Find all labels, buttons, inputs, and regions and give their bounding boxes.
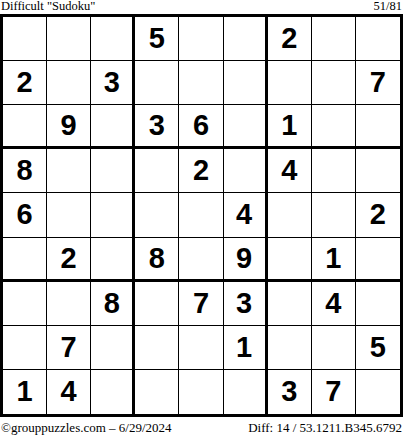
cell-r1c2[interactable]: [47, 17, 91, 61]
sudoku-page: Difficult "Sudoku" 51/81 522379361824642…: [0, 0, 403, 437]
cell-r1c5[interactable]: [179, 17, 223, 61]
cell-r6c5[interactable]: [179, 238, 223, 282]
empty-cell-counter: 51/81: [374, 0, 402, 13]
cell-r6c4[interactable]: 8: [135, 238, 179, 282]
cell-r6c3[interactable]: [91, 238, 135, 282]
cell-r4c7[interactable]: 4: [268, 149, 312, 193]
cell-r9c5[interactable]: [179, 370, 223, 414]
cell-r3c1[interactable]: [3, 105, 47, 149]
cell-r3c4[interactable]: 3: [135, 105, 179, 149]
cell-r8c2[interactable]: 7: [47, 326, 91, 370]
puzzle-title: Difficult "Sudoku": [1, 0, 95, 13]
cell-r1c1[interactable]: [3, 17, 47, 61]
cell-r1c4[interactable]: 5: [135, 17, 179, 61]
cell-r4c6[interactable]: [224, 149, 268, 193]
cell-r2c2[interactable]: [47, 61, 91, 105]
cell-r1c9[interactable]: [356, 17, 400, 61]
cell-r8c1[interactable]: [3, 326, 47, 370]
cell-r6c9[interactable]: [356, 238, 400, 282]
cell-r6c1[interactable]: [3, 238, 47, 282]
cell-r2c7[interactable]: [268, 61, 312, 105]
cell-r9c3[interactable]: [91, 370, 135, 414]
cell-r8c9[interactable]: 5: [356, 326, 400, 370]
cell-r8c4[interactable]: [135, 326, 179, 370]
difficulty-code: Diff: 14 / 53.1211.B345.6792: [248, 420, 402, 436]
cell-r7c4[interactable]: [135, 282, 179, 326]
cell-r5c1[interactable]: 6: [3, 193, 47, 237]
cell-r2c8[interactable]: [312, 61, 356, 105]
cell-r5c2[interactable]: [47, 193, 91, 237]
cell-r4c3[interactable]: [91, 149, 135, 193]
cell-r9c7[interactable]: 3: [268, 370, 312, 414]
cell-r6c2[interactable]: 2: [47, 238, 91, 282]
cell-r7c1[interactable]: [3, 282, 47, 326]
cell-r4c9[interactable]: [356, 149, 400, 193]
cell-r2c1[interactable]: 2: [3, 61, 47, 105]
cell-r7c2[interactable]: [47, 282, 91, 326]
cell-r7c5[interactable]: 7: [179, 282, 223, 326]
cell-r2c9[interactable]: 7: [356, 61, 400, 105]
cell-r4c8[interactable]: [312, 149, 356, 193]
page-header: Difficult "Sudoku" 51/81: [0, 0, 403, 14]
page-footer: ©grouppuzzles.com – 6/29/2024 Diff: 14 /…: [0, 417, 403, 437]
cell-r9c6[interactable]: [224, 370, 268, 414]
cell-r4c4[interactable]: [135, 149, 179, 193]
cell-r3c8[interactable]: [312, 105, 356, 149]
cell-r5c3[interactable]: [91, 193, 135, 237]
cell-r5c5[interactable]: [179, 193, 223, 237]
cell-r7c9[interactable]: [356, 282, 400, 326]
cell-r5c7[interactable]: [268, 193, 312, 237]
cell-r2c3[interactable]: 3: [91, 61, 135, 105]
cell-r5c6[interactable]: 4: [224, 193, 268, 237]
cell-r1c3[interactable]: [91, 17, 135, 61]
cell-r7c6[interactable]: 3: [224, 282, 268, 326]
cell-r3c5[interactable]: 6: [179, 105, 223, 149]
cell-r8c7[interactable]: [268, 326, 312, 370]
cell-r3c2[interactable]: 9: [47, 105, 91, 149]
cell-r3c9[interactable]: [356, 105, 400, 149]
cell-r9c2[interactable]: 4: [47, 370, 91, 414]
cell-r1c6[interactable]: [224, 17, 268, 61]
cell-r3c6[interactable]: [224, 105, 268, 149]
cell-r7c3[interactable]: 8: [91, 282, 135, 326]
cell-r8c6[interactable]: 1: [224, 326, 268, 370]
cell-r4c2[interactable]: [47, 149, 91, 193]
cell-r8c3[interactable]: [91, 326, 135, 370]
cell-r3c3[interactable]: [91, 105, 135, 149]
cell-r5c9[interactable]: 2: [356, 193, 400, 237]
cell-r6c7[interactable]: [268, 238, 312, 282]
cell-r2c4[interactable]: [135, 61, 179, 105]
cell-r2c5[interactable]: [179, 61, 223, 105]
cell-r1c7[interactable]: 2: [268, 17, 312, 61]
cell-r6c8[interactable]: 1: [312, 238, 356, 282]
sudoku-board: 522379361824642289187347151437: [0, 14, 403, 417]
cell-r4c5[interactable]: 2: [179, 149, 223, 193]
cell-r8c5[interactable]: [179, 326, 223, 370]
cell-r3c7[interactable]: 1: [268, 105, 312, 149]
cell-r9c4[interactable]: [135, 370, 179, 414]
cell-r7c8[interactable]: 4: [312, 282, 356, 326]
cell-r6c6[interactable]: 9: [224, 238, 268, 282]
cell-r9c8[interactable]: 7: [312, 370, 356, 414]
cell-r8c8[interactable]: [312, 326, 356, 370]
copyright-date: ©grouppuzzles.com – 6/29/2024: [1, 420, 172, 436]
cell-r4c1[interactable]: 8: [3, 149, 47, 193]
cell-r1c8[interactable]: [312, 17, 356, 61]
cell-r9c9[interactable]: [356, 370, 400, 414]
cell-r7c7[interactable]: [268, 282, 312, 326]
cell-r2c6[interactable]: [224, 61, 268, 105]
cell-r9c1[interactable]: 1: [3, 370, 47, 414]
cell-r5c4[interactable]: [135, 193, 179, 237]
cell-r5c8[interactable]: [312, 193, 356, 237]
